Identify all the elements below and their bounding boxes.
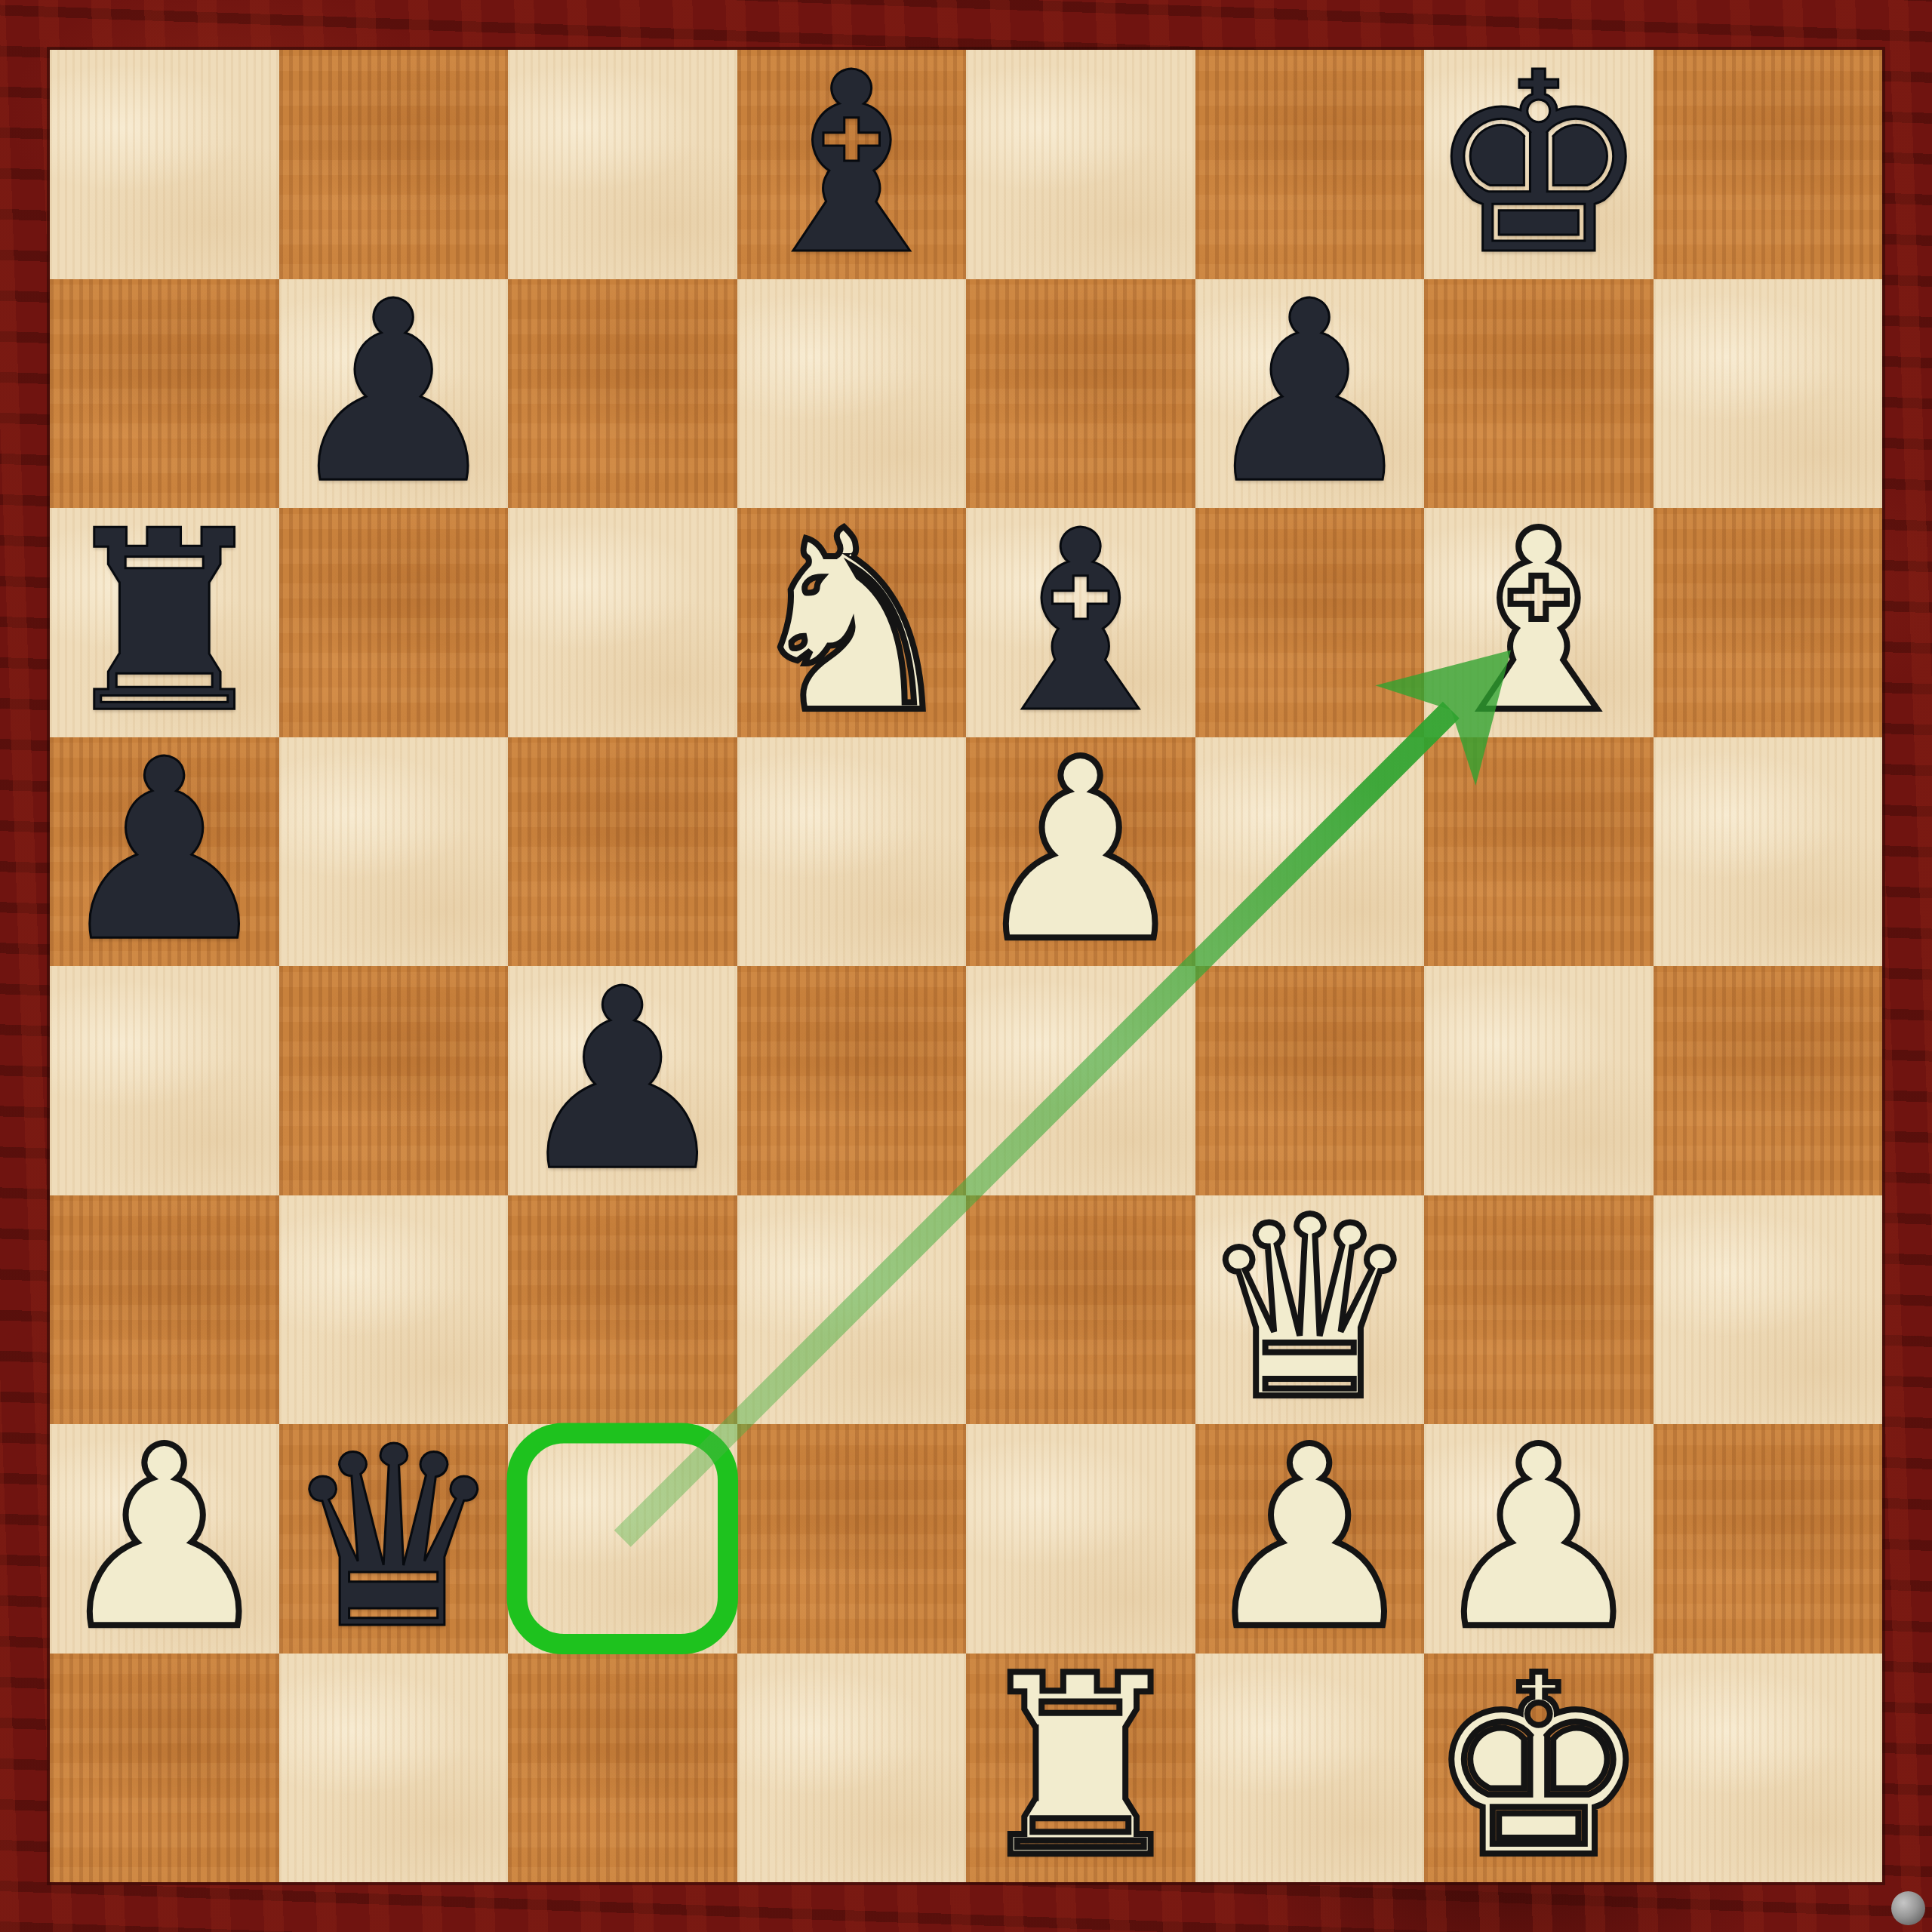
piece-white-pawn[interactable]: ♟ (50, 1424, 279, 1654)
square-f4[interactable] (1195, 966, 1425, 1195)
piece-white-rook[interactable]: ♜ (966, 1654, 1195, 1883)
square-h2[interactable] (1654, 1424, 1883, 1654)
square-g8[interactable]: ♚ (1424, 50, 1654, 279)
square-e7[interactable] (966, 279, 1195, 509)
square-g4[interactable] (1424, 966, 1654, 1195)
piece-white-pawn[interactable]: ♟ (966, 737, 1195, 967)
piece-black-bishop[interactable]: ♝ (737, 50, 967, 279)
square-e6[interactable]: ♝ (966, 508, 1195, 737)
square-a7[interactable] (50, 279, 279, 509)
piece-white-bishop[interactable]: ♝ (1424, 508, 1654, 737)
square-f1[interactable] (1195, 1654, 1425, 1883)
square-f5[interactable] (1195, 737, 1425, 967)
square-b5[interactable] (279, 737, 509, 967)
square-d1[interactable] (737, 1654, 967, 1883)
square-d8[interactable]: ♝ (737, 50, 967, 279)
square-g2[interactable]: ♟ (1424, 1424, 1654, 1654)
square-e4[interactable] (966, 966, 1195, 1195)
board: ♝♚♟♟♜♞♝♝♟♟♟♛♟♛♟♟♜♚ (50, 50, 1882, 1882)
square-d3[interactable] (737, 1195, 967, 1425)
square-b2[interactable]: ♛ (279, 1424, 509, 1654)
square-g6[interactable]: ♝ (1424, 508, 1654, 737)
square-a2[interactable]: ♟ (50, 1424, 279, 1654)
piece-black-pawn[interactable]: ♟ (279, 279, 509, 509)
piece-black-pawn[interactable]: ♟ (50, 737, 279, 967)
square-c8[interactable] (508, 50, 737, 279)
square-a6[interactable]: ♜ (50, 508, 279, 737)
square-c1[interactable] (508, 1654, 737, 1883)
piece-black-pawn[interactable]: ♟ (1195, 279, 1425, 509)
square-c2[interactable] (508, 1424, 737, 1654)
piece-white-pawn[interactable]: ♟ (1195, 1424, 1425, 1654)
square-d7[interactable] (737, 279, 967, 509)
square-a5[interactable]: ♟ (50, 737, 279, 967)
square-f7[interactable]: ♟ (1195, 279, 1425, 509)
square-h1[interactable] (1654, 1654, 1883, 1883)
square-b3[interactable] (279, 1195, 509, 1425)
piece-black-pawn[interactable]: ♟ (508, 966, 737, 1195)
piece-white-queen[interactable]: ♛ (1195, 1195, 1425, 1425)
piece-white-knight[interactable]: ♞ (737, 508, 967, 737)
square-b6[interactable] (279, 508, 509, 737)
square-e2[interactable] (966, 1424, 1195, 1654)
square-c4[interactable]: ♟ (508, 966, 737, 1195)
piece-black-king[interactable]: ♚ (1424, 50, 1654, 279)
square-g1[interactable]: ♚ (1424, 1654, 1654, 1883)
square-e8[interactable] (966, 50, 1195, 279)
square-b4[interactable] (279, 966, 509, 1195)
square-d5[interactable] (737, 737, 967, 967)
square-h7[interactable] (1654, 279, 1883, 509)
square-f2[interactable]: ♟ (1195, 1424, 1425, 1654)
square-g7[interactable] (1424, 279, 1654, 509)
square-e3[interactable] (966, 1195, 1195, 1425)
square-c5[interactable] (508, 737, 737, 967)
square-b7[interactable]: ♟ (279, 279, 509, 509)
square-d2[interactable] (737, 1424, 967, 1654)
square-b8[interactable] (279, 50, 509, 279)
piece-white-pawn[interactable]: ♟ (1424, 1424, 1654, 1654)
square-h6[interactable] (1654, 508, 1883, 737)
square-d6[interactable]: ♞ (737, 508, 967, 737)
square-c3[interactable] (508, 1195, 737, 1425)
square-g5[interactable] (1424, 737, 1654, 967)
square-a1[interactable] (50, 1654, 279, 1883)
square-h3[interactable] (1654, 1195, 1883, 1425)
square-b1[interactable] (279, 1654, 509, 1883)
piece-black-rook[interactable]: ♜ (50, 508, 279, 737)
square-e5[interactable]: ♟ (966, 737, 1195, 967)
square-a4[interactable] (50, 966, 279, 1195)
square-f6[interactable] (1195, 508, 1425, 737)
square-g3[interactable] (1424, 1195, 1654, 1425)
piece-black-bishop[interactable]: ♝ (966, 508, 1195, 737)
square-f8[interactable] (1195, 50, 1425, 279)
square-d4[interactable] (737, 966, 967, 1195)
square-a8[interactable] (50, 50, 279, 279)
piece-white-king[interactable]: ♚ (1424, 1654, 1654, 1883)
corner-sphere-icon (1891, 1891, 1925, 1925)
square-h4[interactable] (1654, 966, 1883, 1195)
square-c7[interactable] (508, 279, 737, 509)
piece-black-queen[interactable]: ♛ (279, 1424, 509, 1654)
square-e1[interactable]: ♜ (966, 1654, 1195, 1883)
square-h8[interactable] (1654, 50, 1883, 279)
square-f3[interactable]: ♛ (1195, 1195, 1425, 1425)
square-h5[interactable] (1654, 737, 1883, 967)
square-a3[interactable] (50, 1195, 279, 1425)
square-c6[interactable] (508, 508, 737, 737)
